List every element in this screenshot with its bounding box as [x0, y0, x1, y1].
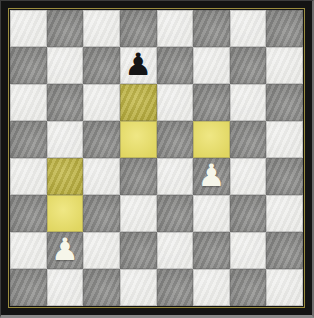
square-h3[interactable]	[266, 195, 303, 232]
square-c5[interactable]	[83, 121, 120, 158]
square-f7[interactable]	[193, 47, 230, 84]
square-a1[interactable]	[10, 269, 47, 306]
square-f3[interactable]	[193, 195, 230, 232]
square-e3[interactable]	[157, 195, 194, 232]
square-d3[interactable]	[120, 195, 157, 232]
square-f8[interactable]	[193, 10, 230, 47]
square-h2[interactable]	[266, 232, 303, 269]
square-d7[interactable]: ♟	[120, 47, 157, 84]
square-f5[interactable]	[193, 121, 230, 158]
white-pawn[interactable]: ♟	[198, 160, 226, 191]
square-g2[interactable]	[230, 232, 267, 269]
square-b7[interactable]	[47, 47, 84, 84]
square-c8[interactable]	[83, 10, 120, 47]
square-b2[interactable]: ♟	[47, 232, 84, 269]
square-e8[interactable]	[157, 10, 194, 47]
square-b4[interactable]	[47, 158, 84, 195]
square-a3[interactable]	[10, 195, 47, 232]
square-h7[interactable]	[266, 47, 303, 84]
square-h5[interactable]	[266, 121, 303, 158]
square-d1[interactable]	[120, 269, 157, 306]
white-pawn[interactable]: ♟	[51, 234, 79, 265]
square-a8[interactable]	[10, 10, 47, 47]
square-h6[interactable]	[266, 84, 303, 121]
square-g1[interactable]	[230, 269, 267, 306]
board-frame: ♟♟♟	[0, 0, 314, 318]
chess-app: ♟♟♟	[0, 0, 314, 318]
square-g6[interactable]	[230, 84, 267, 121]
square-e2[interactable]	[157, 232, 194, 269]
board-inner-gold-line: ♟♟♟	[8, 8, 305, 308]
square-d2[interactable]	[120, 232, 157, 269]
chess-board: ♟♟♟	[10, 10, 303, 306]
square-c3[interactable]	[83, 195, 120, 232]
square-e6[interactable]	[157, 84, 194, 121]
square-d8[interactable]	[120, 10, 157, 47]
square-h4[interactable]	[266, 158, 303, 195]
square-g4[interactable]	[230, 158, 267, 195]
square-g7[interactable]	[230, 47, 267, 84]
square-g5[interactable]	[230, 121, 267, 158]
square-a5[interactable]	[10, 121, 47, 158]
square-d5[interactable]	[120, 121, 157, 158]
square-b8[interactable]	[47, 10, 84, 47]
square-e1[interactable]	[157, 269, 194, 306]
square-a7[interactable]	[10, 47, 47, 84]
square-a2[interactable]	[10, 232, 47, 269]
square-b1[interactable]	[47, 269, 84, 306]
square-c1[interactable]	[83, 269, 120, 306]
square-c2[interactable]	[83, 232, 120, 269]
square-c7[interactable]	[83, 47, 120, 84]
square-b5[interactable]	[47, 121, 84, 158]
square-g3[interactable]	[230, 195, 267, 232]
square-c4[interactable]	[83, 158, 120, 195]
square-g8[interactable]	[230, 10, 267, 47]
square-e7[interactable]	[157, 47, 194, 84]
square-d6[interactable]	[120, 84, 157, 121]
square-b3[interactable]	[47, 195, 84, 232]
square-c6[interactable]	[83, 84, 120, 121]
square-f6[interactable]	[193, 84, 230, 121]
square-d4[interactable]	[120, 158, 157, 195]
square-e5[interactable]	[157, 121, 194, 158]
square-a6[interactable]	[10, 84, 47, 121]
square-b6[interactable]	[47, 84, 84, 121]
square-a4[interactable]	[10, 158, 47, 195]
square-h8[interactable]	[266, 10, 303, 47]
square-f2[interactable]	[193, 232, 230, 269]
square-h1[interactable]	[266, 269, 303, 306]
square-f1[interactable]	[193, 269, 230, 306]
black-pawn[interactable]: ♟	[124, 49, 152, 80]
square-f4[interactable]: ♟	[193, 158, 230, 195]
square-e4[interactable]	[157, 158, 194, 195]
